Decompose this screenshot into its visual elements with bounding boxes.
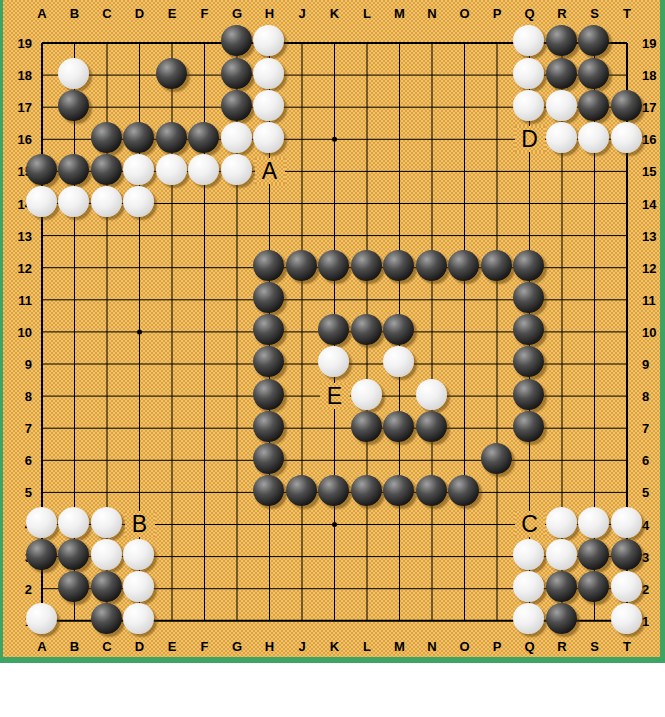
black-stone: [58, 571, 89, 602]
coord-label-bottom: F: [201, 639, 209, 654]
white-stone: [546, 507, 577, 538]
black-stone: [253, 379, 284, 410]
coord-label-bottom: J: [298, 639, 305, 654]
coord-label-top: Q: [524, 6, 534, 21]
coord-label-top: O: [459, 6, 469, 21]
white-stone: [58, 58, 89, 89]
coord-label-top: M: [394, 6, 405, 21]
white-stone: [513, 25, 544, 56]
white-stone: [611, 507, 642, 538]
black-stone: [253, 443, 284, 474]
black-stone: [546, 603, 577, 634]
black-stone: [253, 475, 284, 506]
black-stone: [188, 122, 219, 153]
white-stone: [188, 154, 219, 185]
white-stone: [58, 507, 89, 538]
coord-label-right: 15: [642, 164, 656, 179]
coord-label-bottom: M: [394, 639, 405, 654]
black-stone: [383, 411, 414, 442]
page-margin: [0, 663, 665, 717]
black-stone: [91, 603, 122, 634]
black-stone: [578, 539, 609, 570]
point-label-A: A: [255, 158, 285, 184]
white-stone: [26, 603, 57, 634]
white-stone: [91, 539, 122, 570]
white-stone: [253, 122, 284, 153]
coord-label-right: 17: [642, 100, 656, 115]
coord-label-bottom: P: [493, 639, 502, 654]
go-diagram-page: ABCDEFGHJKLMNOPQRST ABCDEFGHJKLMNOPQRST …: [0, 0, 665, 717]
black-stone: [156, 58, 187, 89]
black-stone: [383, 314, 414, 345]
black-stone: [513, 346, 544, 377]
black-stone: [318, 475, 349, 506]
black-stone: [253, 282, 284, 313]
black-stone: [351, 250, 382, 281]
black-stone: [416, 250, 447, 281]
black-stone: [383, 475, 414, 506]
coord-label-bottom: G: [232, 639, 242, 654]
white-stone: [253, 25, 284, 56]
coord-label-right: 19: [642, 36, 656, 51]
coord-label-right: 12: [642, 260, 656, 275]
white-stone: [546, 122, 577, 153]
black-stone: [383, 250, 414, 281]
white-stone: [513, 539, 544, 570]
white-stone: [156, 154, 187, 185]
black-stone: [578, 58, 609, 89]
black-stone: [318, 250, 349, 281]
coord-label-right: 16: [642, 132, 656, 147]
black-stone: [91, 122, 122, 153]
board-overlay: ABCDEFGHJKLMNOPQRST ABCDEFGHJKLMNOPQRST …: [0, 0, 665, 663]
coord-label-bottom: R: [557, 639, 566, 654]
black-stone: [253, 314, 284, 345]
black-stone: [286, 475, 317, 506]
coord-label-right: 11: [642, 292, 656, 307]
black-stone: [578, 571, 609, 602]
black-stone: [286, 250, 317, 281]
black-stone: [546, 58, 577, 89]
coord-label-bottom: Q: [524, 639, 534, 654]
black-stone: [58, 154, 89, 185]
coord-label-bottom: T: [623, 639, 631, 654]
coord-label-top: L: [363, 6, 371, 21]
white-stone: [383, 346, 414, 377]
white-stone: [546, 539, 577, 570]
white-stone: [611, 122, 642, 153]
black-stone: [351, 475, 382, 506]
white-stone: [318, 346, 349, 377]
coord-label-top: C: [102, 6, 111, 21]
coord-label-right: 14: [642, 196, 656, 211]
coord-label-top: H: [265, 6, 274, 21]
coord-label-bottom: L: [363, 639, 371, 654]
coord-label-bottom: E: [168, 639, 177, 654]
coord-label-top: S: [590, 6, 599, 21]
black-stone: [26, 539, 57, 570]
black-stone: [351, 411, 382, 442]
coord-label-top: E: [168, 6, 177, 21]
black-stone: [448, 475, 479, 506]
white-stone: [221, 122, 252, 153]
black-stone: [481, 443, 512, 474]
white-stone: [26, 186, 57, 217]
coord-label-top: N: [427, 6, 436, 21]
black-stone: [253, 411, 284, 442]
point-label-B: B: [125, 511, 155, 537]
white-stone: [253, 90, 284, 121]
black-stone: [416, 475, 447, 506]
coord-label-top: K: [330, 6, 339, 21]
black-stone: [513, 250, 544, 281]
black-stone: [351, 314, 382, 345]
coord-label-bottom: H: [265, 639, 274, 654]
coord-label-bottom: O: [459, 639, 469, 654]
black-stone: [58, 539, 89, 570]
point-label-C: C: [515, 511, 545, 537]
white-stone: [26, 507, 57, 538]
coord-label-top: P: [493, 6, 502, 21]
coord-label-bottom: K: [330, 639, 339, 654]
white-stone: [416, 379, 447, 410]
coord-label-right: 10: [642, 324, 656, 339]
black-stone: [578, 25, 609, 56]
black-stone: [416, 411, 447, 442]
white-stone: [91, 507, 122, 538]
black-stone: [253, 250, 284, 281]
go-board: ABCDEFGHJKLMNOPQRST ABCDEFGHJKLMNOPQRST …: [0, 0, 665, 663]
black-stone: [221, 90, 252, 121]
white-stone: [513, 603, 544, 634]
black-stone: [123, 122, 154, 153]
black-stone: [221, 58, 252, 89]
white-stone: [513, 571, 544, 602]
black-stone: [91, 571, 122, 602]
coord-label-top: T: [623, 6, 631, 21]
white-stone: [123, 571, 154, 602]
coord-label-top: F: [201, 6, 209, 21]
white-stone: [611, 603, 642, 634]
coord-label-top: J: [298, 6, 305, 21]
black-stone: [156, 122, 187, 153]
white-stone: [351, 379, 382, 410]
coord-label-bottom: D: [135, 639, 144, 654]
coord-label-bottom: C: [102, 639, 111, 654]
coord-label-bottom: B: [70, 639, 79, 654]
coord-label-bottom: S: [590, 639, 599, 654]
point-label-D: D: [515, 126, 545, 152]
coord-label-right: 18: [642, 68, 656, 83]
point-label-E: E: [320, 383, 350, 409]
coord-label-top: G: [232, 6, 242, 21]
black-stone: [513, 314, 544, 345]
black-stone: [318, 314, 349, 345]
black-stone: [58, 90, 89, 121]
black-stone: [448, 250, 479, 281]
black-stone: [221, 25, 252, 56]
black-stone: [611, 90, 642, 121]
black-stone: [513, 282, 544, 313]
white-stone: [253, 58, 284, 89]
black-stone: [546, 571, 577, 602]
white-stone: [58, 186, 89, 217]
black-stone: [546, 25, 577, 56]
coord-label-top: R: [557, 6, 566, 21]
stones-grid: ABCDE: [26, 27, 644, 637]
white-stone: [123, 603, 154, 634]
coord-label-top: B: [70, 6, 79, 21]
white-stone: [611, 571, 642, 602]
black-stone: [578, 90, 609, 121]
black-stone: [26, 154, 57, 185]
white-stone: [546, 90, 577, 121]
white-stone: [221, 154, 252, 185]
black-stone: [611, 539, 642, 570]
white-stone: [513, 58, 544, 89]
coord-label-bottom: N: [427, 639, 436, 654]
coord-label-right: 13: [642, 228, 656, 243]
white-stone: [123, 154, 154, 185]
white-stone: [578, 122, 609, 153]
black-stone: [91, 154, 122, 185]
coord-label-top: A: [37, 6, 46, 21]
white-stone: [91, 186, 122, 217]
black-stone: [513, 411, 544, 442]
white-stone: [123, 539, 154, 570]
black-stone: [481, 250, 512, 281]
black-stone: [513, 379, 544, 410]
coord-label-top: D: [135, 6, 144, 21]
white-stone: [123, 186, 154, 217]
white-stone: [578, 507, 609, 538]
white-stone: [513, 90, 544, 121]
black-stone: [253, 346, 284, 377]
coord-label-bottom: A: [37, 639, 46, 654]
